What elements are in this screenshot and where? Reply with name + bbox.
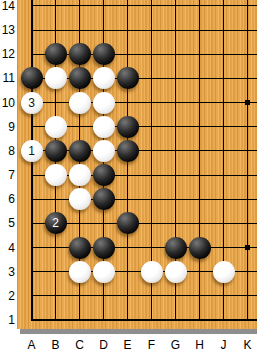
stone-C10[interactable] [69, 92, 91, 114]
stone-D7[interactable] [93, 164, 115, 186]
col-label-J: J [214, 337, 234, 353]
row-label-2: 2 [0, 289, 15, 303]
stone-A10[interactable]: 3 [21, 92, 43, 114]
row-label-8: 8 [0, 144, 15, 158]
stone-C3[interactable] [69, 261, 91, 283]
row-label-11: 11 [0, 71, 15, 85]
stone-C8[interactable] [69, 140, 91, 162]
stone-D11[interactable] [93, 67, 115, 89]
stone-D4[interactable] [93, 237, 115, 259]
stone-D3[interactable] [93, 261, 115, 283]
stone-E11[interactable] [117, 67, 139, 89]
row-label-5: 5 [0, 216, 15, 230]
stone-D8[interactable] [93, 140, 115, 162]
row-label-9: 9 [0, 120, 15, 134]
stone-E9[interactable] [117, 116, 139, 138]
move-number-label: 2 [52, 216, 59, 230]
col-label-B: B [46, 337, 66, 353]
stone-C6[interactable] [69, 188, 91, 210]
row-label-13: 13 [0, 23, 15, 37]
col-label-K: K [238, 337, 258, 353]
col-label-A: A [22, 337, 42, 353]
grid-line-row-13 [31, 30, 258, 31]
grid-line-row-10 [31, 102, 258, 103]
stone-J3[interactable] [213, 261, 235, 283]
stone-F3[interactable] [141, 261, 163, 283]
col-label-H: H [190, 337, 210, 353]
grid-line-row-2 [31, 295, 258, 296]
stone-D6[interactable] [93, 188, 115, 210]
go-diagram: 312 1413121110987654321 ABCDEFGHJK [0, 0, 257, 356]
col-label-E: E [118, 337, 138, 353]
stone-C7[interactable] [69, 164, 91, 186]
go-board[interactable]: 312 [17, 0, 257, 329]
row-label-6: 6 [0, 192, 15, 206]
stone-A8[interactable]: 1 [21, 140, 43, 162]
col-label-F: F [142, 337, 162, 353]
grid-line-row-1 [31, 319, 258, 321]
grid-line-row-14 [31, 5, 258, 6]
row-label-4: 4 [0, 241, 15, 255]
row-label-12: 12 [0, 47, 15, 61]
col-label-C: C [70, 337, 90, 353]
grid-line-row-4 [31, 247, 258, 248]
grid-line-row-6 [31, 199, 258, 200]
stone-D10[interactable] [93, 92, 115, 114]
grid-line-column-H [199, 0, 200, 321]
star-point-K10 [245, 100, 250, 105]
stone-G4[interactable] [165, 237, 187, 259]
stone-C4[interactable] [69, 237, 91, 259]
stone-E8[interactable] [117, 140, 139, 162]
stone-H4[interactable] [189, 237, 211, 259]
stone-C11[interactable] [69, 67, 91, 89]
stone-D9[interactable] [93, 116, 115, 138]
stone-A11[interactable] [21, 67, 43, 89]
stone-B7[interactable] [45, 164, 67, 186]
stone-B11[interactable] [45, 67, 67, 89]
row-label-1: 1 [0, 313, 15, 327]
col-label-G: G [166, 337, 186, 353]
stone-B8[interactable] [45, 140, 67, 162]
row-label-3: 3 [0, 265, 15, 279]
star-point-K4 [245, 245, 250, 250]
row-label-14: 14 [0, 0, 15, 13]
move-number-label: 3 [28, 96, 35, 110]
stone-E5[interactable] [117, 212, 139, 234]
grid-line-column-K [247, 0, 248, 321]
stone-B12[interactable] [45, 43, 67, 65]
stone-C12[interactable] [69, 43, 91, 65]
stone-G3[interactable] [165, 261, 187, 283]
row-label-7: 7 [0, 168, 15, 182]
stone-D12[interactable] [93, 43, 115, 65]
stone-B9[interactable] [45, 116, 67, 138]
move-number-label: 1 [28, 144, 35, 158]
board-shadow [20, 329, 257, 334]
stone-B5[interactable]: 2 [45, 212, 67, 234]
col-label-D: D [94, 337, 114, 353]
row-label-10: 10 [0, 96, 15, 110]
